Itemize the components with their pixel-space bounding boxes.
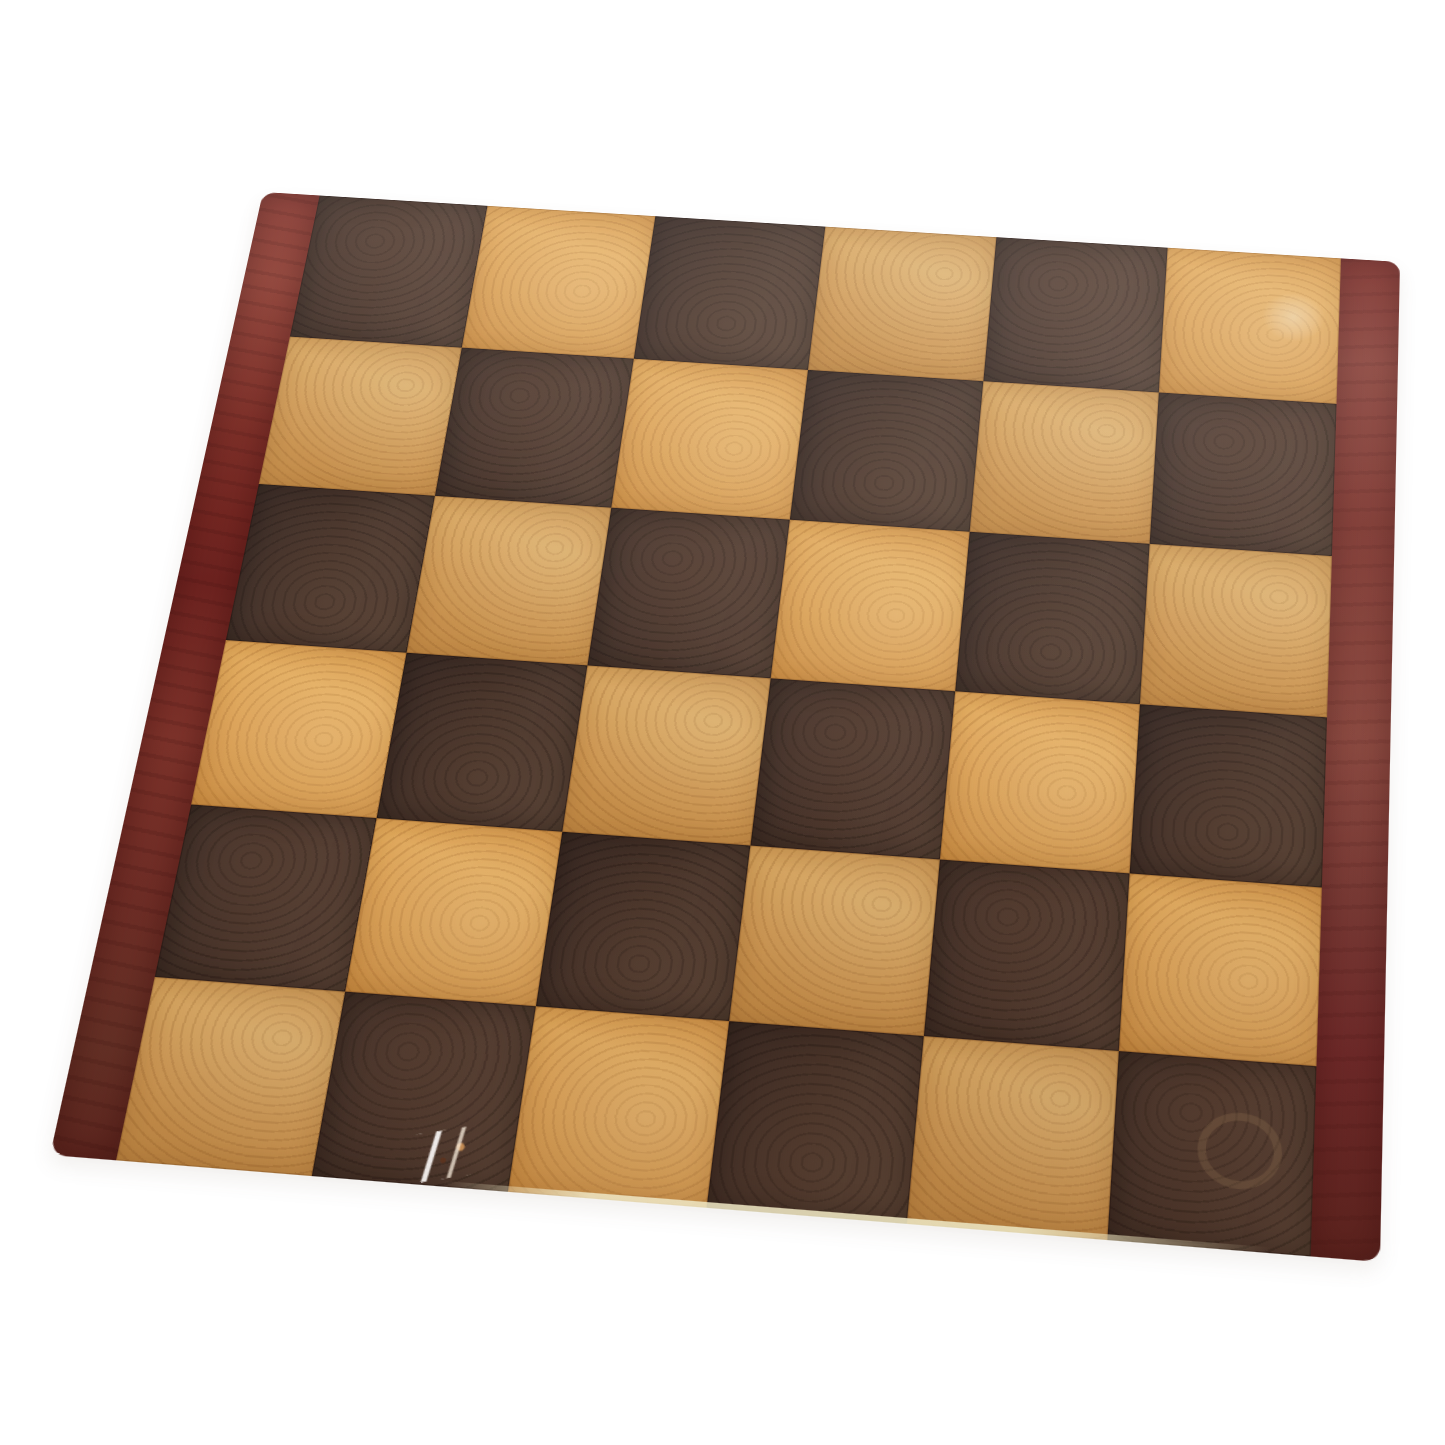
square-r3c3[interactable]: [588, 508, 790, 678]
square-r5c1[interactable]: [155, 804, 377, 992]
square-r3c2[interactable]: [406, 496, 611, 665]
scratch: [373, 1122, 500, 1190]
square-r1c6[interactable]: [1159, 248, 1341, 404]
checkerboard: [50, 192, 1400, 1262]
square-r2c2[interactable]: [435, 347, 635, 508]
square-r1c2[interactable]: [461, 206, 655, 359]
square-r6c1[interactable]: [116, 977, 345, 1176]
square-r5c3[interactable]: [536, 831, 750, 1021]
square-r6c3[interactable]: [508, 1007, 729, 1208]
square-r5c2[interactable]: [345, 818, 563, 1007]
photo-background: [0, 0, 1445, 1445]
square-r5c5[interactable]: [923, 859, 1130, 1051]
square-r6c2[interactable]: [311, 992, 536, 1192]
square-r1c1[interactable]: [290, 195, 487, 347]
square-r5c4[interactable]: [729, 845, 939, 1036]
square-r1c3[interactable]: [634, 216, 825, 369]
ring-stain: [1196, 1110, 1283, 1192]
square-r2c6[interactable]: [1150, 392, 1337, 556]
square-r3c5[interactable]: [955, 532, 1150, 704]
square-r2c4[interactable]: [790, 370, 983, 532]
square-r4c1[interactable]: [191, 640, 406, 818]
square-r1c4[interactable]: [808, 227, 996, 381]
square-r4c4[interactable]: [750, 678, 954, 859]
square-r3c6[interactable]: [1140, 544, 1332, 717]
square-r1c5[interactable]: [983, 237, 1168, 392]
square-r4c2[interactable]: [376, 653, 587, 832]
square-r5c6[interactable]: [1119, 873, 1322, 1067]
square-r6c4[interactable]: [707, 1021, 924, 1223]
light-spot: [1261, 291, 1326, 344]
board-grid: [116, 195, 1341, 1256]
square-r2c5[interactable]: [969, 381, 1159, 544]
square-r4c6[interactable]: [1130, 704, 1327, 887]
square-r2c3[interactable]: [612, 358, 808, 520]
square-r4c5[interactable]: [940, 691, 1141, 873]
square-r2c1[interactable]: [259, 336, 462, 496]
square-r6c5[interactable]: [906, 1036, 1119, 1240]
square-r3c1[interactable]: [226, 484, 435, 652]
square-r3c4[interactable]: [771, 520, 970, 691]
square-r4c3[interactable]: [563, 665, 771, 845]
square-r6c6[interactable]: [1108, 1051, 1317, 1256]
